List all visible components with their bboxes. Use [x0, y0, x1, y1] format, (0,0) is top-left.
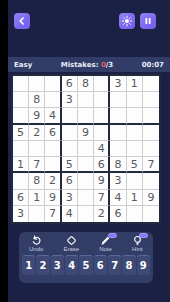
- numpad: 123456789: [19, 252, 153, 275]
- cell-r6c5[interactable]: [78, 157, 94, 173]
- cell-r4c3[interactable]: 6: [45, 125, 61, 141]
- sudoku-app: Easy Mistakes: 0/3 00:07 683183945269417…: [8, 0, 170, 302]
- cell-r1c4[interactable]: 6: [62, 76, 78, 92]
- cell-r5c4[interactable]: [62, 141, 78, 157]
- cell-r7c8[interactable]: [127, 173, 143, 189]
- theme-button[interactable]: [119, 13, 135, 29]
- cell-r3c1[interactable]: [13, 108, 29, 124]
- cell-r9c4[interactable]: 4: [62, 206, 78, 222]
- cell-r8c4[interactable]: 3: [62, 190, 78, 206]
- cell-r2c5[interactable]: [78, 92, 94, 108]
- numpad-2[interactable]: 2: [36, 255, 49, 275]
- cell-r4c4[interactable]: [62, 125, 78, 141]
- cell-r9c3[interactable]: 7: [45, 206, 61, 222]
- mistakes-counter: Mistakes: 0/3: [61, 61, 114, 69]
- note-button[interactable]: Note: [99, 235, 112, 252]
- sun-icon: [121, 15, 133, 27]
- mistakes-max: /3: [106, 61, 113, 69]
- cell-r1c3[interactable]: [45, 76, 61, 92]
- cell-r5c7[interactable]: [110, 141, 126, 157]
- cell-r6c9[interactable]: 7: [143, 157, 159, 173]
- cell-r2c8[interactable]: [127, 92, 143, 108]
- erase-button[interactable]: Erase: [63, 235, 79, 252]
- cell-r4c6[interactable]: [94, 125, 110, 141]
- cell-r5c3[interactable]: [45, 141, 61, 157]
- numpad-6[interactable]: 6: [94, 255, 107, 275]
- cell-r2c9[interactable]: [143, 92, 159, 108]
- cell-r4c5[interactable]: 9: [78, 125, 94, 141]
- cell-r2c4[interactable]: 3: [62, 92, 78, 108]
- cell-r7c9[interactable]: [143, 173, 159, 189]
- cell-r1c7[interactable]: 3: [110, 76, 126, 92]
- cell-r6c7[interactable]: 8: [110, 157, 126, 173]
- cell-r3c4[interactable]: [62, 108, 78, 124]
- cell-r3c8[interactable]: [127, 108, 143, 124]
- cell-r4c8[interactable]: [127, 125, 143, 141]
- cell-r6c4[interactable]: 5: [62, 157, 78, 173]
- cell-r5c8[interactable]: [127, 141, 143, 157]
- cell-r8c7[interactable]: 4: [110, 190, 126, 206]
- cell-r8c1[interactable]: 6: [13, 190, 29, 206]
- cell-r2c3[interactable]: [45, 92, 61, 108]
- cell-r2c6[interactable]: [94, 92, 110, 108]
- numpad-9[interactable]: 9: [137, 255, 150, 275]
- cell-r8c6[interactable]: 7: [94, 190, 110, 206]
- cell-r2c1[interactable]: [13, 92, 29, 108]
- cell-r1c8[interactable]: 1: [127, 76, 143, 92]
- cell-r3c7[interactable]: [110, 108, 126, 124]
- cell-r1c1[interactable]: [13, 76, 29, 92]
- cell-r8c8[interactable]: 1: [127, 190, 143, 206]
- cell-r7c3[interactable]: 2: [45, 173, 61, 189]
- cell-r8c2[interactable]: 1: [29, 190, 45, 206]
- cell-r6c3[interactable]: [45, 157, 61, 173]
- eraser-icon: [66, 235, 77, 246]
- cell-r9c7[interactable]: 6: [110, 206, 126, 222]
- cell-r8c3[interactable]: 9: [45, 190, 61, 206]
- cell-r1c2[interactable]: [29, 76, 45, 92]
- cell-r4c7[interactable]: [110, 125, 126, 141]
- cell-r1c9[interactable]: [143, 76, 159, 92]
- cell-r9c8[interactable]: [127, 206, 143, 222]
- note-label: Note: [99, 246, 112, 252]
- cell-r4c2[interactable]: 2: [29, 125, 45, 141]
- numpad-4[interactable]: 4: [65, 255, 78, 275]
- numpad-5[interactable]: 5: [79, 255, 92, 275]
- cell-r2c7[interactable]: [110, 92, 126, 108]
- cell-r3c9[interactable]: [143, 108, 159, 124]
- cell-r7c5[interactable]: [78, 173, 94, 189]
- cell-r4c1[interactable]: 5: [13, 125, 29, 141]
- cell-r3c5[interactable]: [78, 108, 94, 124]
- cell-r3c3[interactable]: 4: [45, 108, 61, 124]
- cell-r9c1[interactable]: 3: [13, 206, 29, 222]
- status-bar: Easy Mistakes: 0/3 00:07: [8, 57, 170, 72]
- numpad-3[interactable]: 3: [51, 255, 64, 275]
- cell-r6c2[interactable]: 7: [29, 157, 45, 173]
- note-toggle-badge: [108, 233, 117, 238]
- hint-button[interactable]: Hint: [132, 235, 143, 252]
- timer: 00:07: [142, 61, 164, 69]
- cell-r1c6[interactable]: [94, 76, 110, 92]
- hint-count-badge: [139, 233, 148, 238]
- cell-r6c1[interactable]: 1: [13, 157, 29, 173]
- difficulty-label: Easy: [14, 61, 32, 69]
- cell-r9c6[interactable]: 2: [94, 206, 110, 222]
- numpad-7[interactable]: 7: [108, 255, 121, 275]
- cell-r2c2[interactable]: 8: [29, 92, 45, 108]
- cell-r5c1[interactable]: [13, 141, 29, 157]
- erase-label: Erase: [63, 246, 79, 252]
- cell-r6c6[interactable]: 6: [94, 157, 110, 173]
- cell-r7c4[interactable]: 6: [62, 173, 78, 189]
- cell-r9c5[interactable]: [78, 206, 94, 222]
- cell-r3c6[interactable]: [94, 108, 110, 124]
- undo-button[interactable]: Undo: [29, 235, 43, 252]
- topbar-right: [119, 13, 156, 29]
- cell-r7c6[interactable]: 9: [94, 173, 110, 189]
- back-button[interactable]: [14, 13, 30, 29]
- cell-r9c9[interactable]: [143, 206, 159, 222]
- cell-r7c2[interactable]: 8: [29, 173, 45, 189]
- sudoku-grid: 68318394526941756857826936193741937426: [11, 74, 161, 224]
- hint-label: Hint: [132, 246, 143, 252]
- cell-r5c2[interactable]: [29, 141, 45, 157]
- cell-r8c5[interactable]: [78, 190, 94, 206]
- pause-button[interactable]: [140, 13, 156, 29]
- chevron-left-icon: [16, 15, 28, 27]
- pause-icon: [142, 15, 154, 27]
- cell-r4c9[interactable]: [143, 125, 159, 141]
- tool-row: Undo Erase Note: [19, 232, 153, 252]
- cell-r7c1[interactable]: [13, 173, 29, 189]
- cell-r7c7[interactable]: 3: [110, 173, 126, 189]
- cell-r8c9[interactable]: 9: [143, 190, 159, 206]
- cell-r3c2[interactable]: 9: [29, 108, 45, 124]
- undo-icon: [31, 235, 42, 246]
- cell-r6c8[interactable]: 5: [127, 157, 143, 173]
- control-panel: Undo Erase Note: [19, 232, 153, 283]
- cell-r9c2[interactable]: [29, 206, 45, 222]
- cell-r5c5[interactable]: [78, 141, 94, 157]
- numpad-8[interactable]: 8: [122, 255, 135, 275]
- numpad-1[interactable]: 1: [22, 255, 35, 275]
- cell-r1c5[interactable]: 8: [78, 76, 94, 92]
- cell-r5c9[interactable]: [143, 141, 159, 157]
- undo-label: Undo: [29, 246, 43, 252]
- cell-r5c6[interactable]: 4: [94, 141, 110, 157]
